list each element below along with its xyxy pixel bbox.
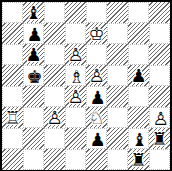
white-knight-icon: ♞♘	[86, 107, 107, 128]
square-f4[interactable]	[107, 86, 128, 107]
square-d3[interactable]	[65, 107, 86, 128]
square-f5[interactable]	[107, 65, 128, 86]
square-a2[interactable]	[2, 128, 23, 149]
square-e5[interactable]: ♟♙	[86, 65, 107, 86]
square-a6[interactable]	[2, 44, 23, 65]
black-king-icon: ♚♚	[24, 66, 44, 86]
square-f2[interactable]	[107, 128, 128, 149]
square-b6[interactable]: ♟♟	[23, 44, 44, 65]
square-e4[interactable]: ♟♟	[86, 86, 107, 107]
square-a4[interactable]	[2, 86, 23, 107]
black-pawn-icon: ♟♟	[128, 65, 149, 86]
square-h3[interactable]: ♟♙	[149, 107, 170, 128]
square-c8[interactable]	[44, 2, 65, 23]
square-b2[interactable]	[23, 128, 44, 149]
square-e8[interactable]	[86, 2, 107, 23]
square-a1[interactable]	[2, 149, 23, 170]
white-king-icon: ♚♔	[86, 23, 107, 44]
square-c3[interactable]: ♟♙	[44, 107, 65, 128]
square-d2[interactable]	[65, 128, 86, 149]
square-d1[interactable]	[65, 149, 86, 170]
square-g4[interactable]	[128, 86, 149, 107]
white-pawn-icon: ♟♙	[86, 65, 107, 86]
white-pawn-icon: ♟♙	[44, 107, 65, 128]
square-h5[interactable]	[149, 65, 170, 86]
square-f1[interactable]	[107, 149, 128, 170]
white-bishop-icon: ♝♗	[66, 66, 86, 86]
square-c1[interactable]	[44, 149, 65, 170]
chess-board: ♝♝♟♟♚♔♟♟♟♙♚♚♝♗♟♙♟♟♟♙♟♟♜♖♟♙♞♘♟♙♟♟♝♝♜♜♜♜	[0, 0, 172, 171]
square-g1[interactable]: ♜♜	[128, 149, 149, 170]
black-pawn-icon: ♟♟	[87, 87, 107, 107]
square-a7[interactable]	[2, 23, 23, 44]
square-h1[interactable]	[149, 149, 170, 170]
square-e7[interactable]: ♚♔	[86, 23, 107, 44]
square-d4[interactable]: ♟♙	[65, 86, 86, 107]
square-c6[interactable]	[44, 44, 65, 65]
square-d8[interactable]	[65, 2, 86, 23]
white-pawn-icon: ♟♙	[65, 44, 86, 65]
square-b4[interactable]	[23, 86, 44, 107]
square-g8[interactable]	[128, 2, 149, 23]
black-rook-icon: ♜♜	[149, 128, 170, 149]
square-d6[interactable]: ♟♙	[65, 44, 86, 65]
square-d5[interactable]: ♝♗	[65, 65, 86, 86]
square-h4[interactable]	[149, 86, 170, 107]
square-b5[interactable]: ♚♚	[23, 65, 44, 86]
white-pawn-icon: ♟♙	[65, 86, 86, 107]
square-g5[interactable]: ♟♟	[128, 65, 149, 86]
square-c5[interactable]	[44, 65, 65, 86]
square-f7[interactable]	[107, 23, 128, 44]
square-b1[interactable]	[23, 149, 44, 170]
square-h8[interactable]	[149, 2, 170, 23]
square-h2[interactable]: ♜♜	[149, 128, 170, 149]
square-f8[interactable]	[107, 2, 128, 23]
square-h7[interactable]	[149, 23, 170, 44]
square-e6[interactable]	[86, 44, 107, 65]
square-f6[interactable]	[107, 44, 128, 65]
white-pawn-icon: ♟♙	[150, 108, 170, 128]
white-rook-icon: ♜♖	[2, 107, 23, 128]
square-e2[interactable]: ♟♟	[86, 128, 107, 149]
square-h6[interactable]	[149, 44, 170, 65]
black-bishop-icon: ♝♝	[129, 129, 149, 149]
black-bishop-icon: ♝♝	[23, 2, 44, 23]
black-pawn-icon: ♟♟	[23, 44, 44, 65]
square-g3[interactable]	[128, 107, 149, 128]
square-c2[interactable]	[44, 128, 65, 149]
square-f3[interactable]	[107, 107, 128, 128]
square-b3[interactable]	[23, 107, 44, 128]
square-e1[interactable]	[86, 149, 107, 170]
square-a3[interactable]: ♜♖	[2, 107, 23, 128]
square-g7[interactable]	[128, 23, 149, 44]
square-d7[interactable]	[65, 23, 86, 44]
square-g2[interactable]: ♝♝	[128, 128, 149, 149]
square-b7[interactable]: ♟♟	[23, 23, 44, 44]
square-b8[interactable]: ♝♝	[23, 2, 44, 23]
square-c4[interactable]	[44, 86, 65, 107]
black-pawn-icon: ♟♟	[24, 24, 44, 44]
chess-diagram: ♝♝♟♟♚♔♟♟♟♙♚♚♝♗♟♙♟♟♟♙♟♟♜♖♟♙♞♘♟♙♟♟♝♝♜♜♜♜	[0, 0, 172, 171]
black-pawn-icon: ♟♟	[87, 129, 107, 149]
square-a5[interactable]	[2, 65, 23, 86]
black-rook-icon: ♜♜	[128, 149, 149, 170]
square-g6[interactable]	[128, 44, 149, 65]
square-a8[interactable]	[2, 2, 23, 23]
square-c7[interactable]	[44, 23, 65, 44]
square-e3[interactable]: ♞♘	[86, 107, 107, 128]
